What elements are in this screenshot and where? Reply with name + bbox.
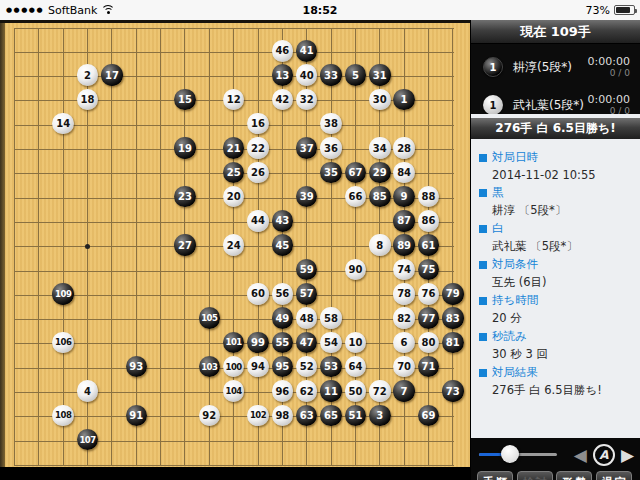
stone-black-41: 41 [296,40,318,62]
stone-white-24: 24 [223,234,245,256]
action-button-row: 手順検討形勢退室 [477,471,632,480]
stone-black-107: 107 [77,429,99,451]
stone-black-15: 15 [174,89,196,111]
white-stone-icon: 1 [483,95,503,115]
info-label-text: 対局結果 [492,365,538,380]
stone-black-91: 91 [126,405,148,427]
button-退室[interactable]: 退室 [596,471,632,480]
stone-black-83: 83 [442,307,464,329]
stone-white-12: 12 [223,89,245,111]
stone-black-55: 55 [272,332,294,354]
stone-black-65: 65 [320,405,342,427]
stone-white-48: 48 [296,307,318,329]
stone-white-86: 86 [418,210,440,232]
stone-white-60: 60 [247,283,269,305]
bullet-icon [479,297,487,305]
stone-white-26: 26 [247,162,269,184]
stone-black-73: 73 [442,380,464,402]
stone-white-74: 74 [393,259,415,281]
grid-hline [15,28,454,29]
stone-white-38: 38 [320,113,342,135]
stone-white-106: 106 [52,332,74,354]
stone-black-17: 17 [101,64,123,86]
stone-white-58: 58 [320,307,342,329]
stone-black-69: 69 [418,405,440,427]
next-move-button[interactable]: ▶ [621,447,634,464]
info-label-text: 秒読み [492,329,527,344]
clock-label: 18:52 [0,4,640,17]
stone-black-35: 35 [320,162,342,184]
info-list: 対局日時2014-11-02 10:55黒耕淳 〔5段*〕白武礼葉 〔5段*〕対… [471,139,640,398]
grid-vline [14,28,15,466]
stone-white-108: 108 [52,405,74,427]
stone-black-103: 103 [199,356,221,378]
grid-hline [15,295,454,296]
stone-black-25: 25 [223,162,245,184]
player-periods: 0 / 0 [588,68,630,79]
grid-hline [15,465,454,466]
grid-hline [15,52,454,53]
grid-vline [209,28,210,466]
status-right: 73% [586,0,635,20]
stone-white-32: 32 [296,89,318,111]
stone-black-75: 75 [418,259,440,281]
stone-black-29: 29 [369,162,391,184]
grid-vline [258,28,259,466]
stone-black-57: 57 [296,283,318,305]
stone-white-34: 34 [369,137,391,159]
stone-white-44: 44 [247,210,269,232]
stone-black-31: 31 [369,64,391,86]
stone-white-80: 80 [418,332,440,354]
player-name: 耕淳(5段*) [513,59,588,76]
stone-black-79: 79 [442,283,464,305]
stone-white-84: 84 [393,162,415,184]
stone-black-87: 87 [393,210,415,232]
stone-black-71: 71 [418,356,440,378]
player-clock: 0:00:00 [588,55,630,69]
stone-black-63: 63 [296,405,318,427]
stone-white-6: 6 [393,332,415,354]
bullet-icon [479,261,487,269]
stone-black-9: 9 [393,186,415,208]
transport-controls: ◀ A ▶ [574,442,634,468]
button-形勢[interactable]: 形勢 [556,471,592,480]
info-label-text: 対局条件 [492,257,538,272]
battery-icon [614,5,635,15]
grid-hline [15,319,454,320]
stone-black-1: 1 [393,89,415,111]
stone-white-42: 42 [272,89,294,111]
battery-percent-label: 73% [586,4,610,17]
stone-white-102: 102 [247,405,269,427]
move-slider[interactable] [479,446,557,462]
stone-white-4: 4 [77,380,99,402]
stone-black-101: 101 [223,332,245,354]
info-value: 20 分 [479,311,632,326]
stone-black-13: 13 [272,64,294,86]
stone-black-11: 11 [320,380,342,402]
stone-white-92: 92 [199,405,221,427]
stone-black-95: 95 [272,356,294,378]
stone-white-52: 52 [296,356,318,378]
stone-black-93: 93 [126,356,148,378]
stone-black-81: 81 [442,332,464,354]
stone-white-64: 64 [345,356,367,378]
info-label-text: 持ち時間 [492,293,538,308]
stone-black-43: 43 [272,210,294,232]
info-label: 秒読み [479,329,632,344]
stone-white-20: 20 [223,186,245,208]
stone-white-66: 66 [345,186,367,208]
stone-black-19: 19 [174,137,196,159]
bullet-icon [479,154,487,162]
stone-black-7: 7 [393,380,415,402]
stone-black-53: 53 [320,356,342,378]
grid-vline [63,28,64,466]
stone-white-96: 96 [272,380,294,402]
stone-black-49: 49 [272,307,294,329]
info-panel: 276手 白 6.5目勝ち! 対局日時2014-11-02 10:55黒耕淳 〔… [471,114,640,438]
stone-white-2: 2 [77,64,99,86]
stone-black-23: 23 [174,186,196,208]
bullet-icon [479,333,487,341]
stone-white-8: 8 [369,234,391,256]
stone-white-54: 54 [320,332,342,354]
stone-black-109: 109 [52,283,74,305]
stone-black-85: 85 [369,186,391,208]
info-label-text: 白 [492,221,504,236]
grid-hline [15,271,454,272]
stone-white-62: 62 [296,380,318,402]
stone-black-51: 51 [345,405,367,427]
stone-white-22: 22 [247,137,269,159]
info-label: 白 [479,221,632,236]
stone-black-105: 105 [199,307,221,329]
app-screen: ●●●●● SoftBank 18:52 73% 123456789101112… [0,0,640,480]
slider-knob[interactable] [501,445,519,463]
stone-black-59: 59 [296,259,318,281]
autoplay-button[interactable]: A [593,444,615,466]
stone-black-27: 27 [174,234,196,256]
grid-vline [38,28,39,466]
bullet-icon [479,189,487,197]
board-left-edge [0,20,5,467]
stone-white-94: 94 [247,356,269,378]
stone-white-14: 14 [52,113,74,135]
stone-black-39: 39 [296,186,318,208]
info-label-text: 黒 [492,185,504,200]
stone-black-45: 45 [272,234,294,256]
player-name: 武礼葉(5段*) [513,97,588,114]
info-value: 30 秒 3 回 [479,347,632,362]
stone-black-99: 99 [247,332,269,354]
current-move-header: 現在 109手 [471,20,640,44]
grid-vline [160,28,161,466]
info-label: 持ち時間 [479,293,632,308]
info-label: 対局条件 [479,257,632,272]
player-clock: 0:00:00 [588,93,630,107]
stone-white-50: 50 [345,380,367,402]
info-label: 対局結果 [479,365,632,380]
bullet-icon [479,225,487,233]
stone-white-82: 82 [393,307,415,329]
stone-black-37: 37 [296,137,318,159]
stone-black-47: 47 [296,332,318,354]
button-手順[interactable]: 手順 [477,471,513,480]
stone-black-5: 5 [345,64,367,86]
stone-white-18: 18 [77,89,99,111]
stone-white-98: 98 [272,405,294,427]
stone-white-72: 72 [369,380,391,402]
grid-vline [136,28,137,466]
stone-white-70: 70 [393,356,415,378]
stone-white-88: 88 [418,186,440,208]
stone-white-28: 28 [393,137,415,159]
info-value: 耕淳 〔5段*〕 [479,203,632,218]
stone-white-46: 46 [272,40,294,62]
go-board[interactable]: 1234567891011121314151617181920212223242… [0,20,470,467]
info-label: 対局日時 [479,150,632,165]
stone-white-90: 90 [345,259,367,281]
button-検討: 検討 [517,471,553,480]
player-row-black: 1耕淳(5段*)0:00:000 / 0 [471,50,640,84]
stone-white-56: 56 [272,283,294,305]
stone-white-10: 10 [345,332,367,354]
stone-white-40: 40 [296,64,318,86]
info-value: 武礼葉 〔5段*〕 [479,239,632,254]
bullet-icon [479,369,487,377]
info-value: 2014-11-02 10:55 [479,168,632,182]
stone-black-61: 61 [418,234,440,256]
board-top-edge [0,20,470,23]
stone-black-33: 33 [320,64,342,86]
sidebar: 現在 109手 1耕淳(5段*)0:00:000 / 01武礼葉(5段*)0:0… [470,20,640,480]
playback-controls: ◀ A ▶ 手順検討形勢退室 [471,438,640,480]
star-point [85,244,90,249]
grid-hline [15,222,454,223]
stone-white-76: 76 [418,283,440,305]
bottom-black-strip [0,467,470,480]
stone-black-77: 77 [418,307,440,329]
stone-white-36: 36 [320,137,342,159]
stone-black-21: 21 [223,137,245,159]
stone-black-89: 89 [393,234,415,256]
info-label-text: 対局日時 [492,150,538,165]
player-times: 0:00:000 / 0 [588,55,630,80]
info-value: 276手 白 6.5目勝ち! [479,383,632,398]
stone-white-30: 30 [369,89,391,111]
info-label: 黒 [479,185,632,200]
info-value: 互先 (6目) [479,275,632,290]
stone-white-78: 78 [393,283,415,305]
grid-vline [111,28,112,466]
stone-white-16: 16 [247,113,269,135]
black-stone-icon: 1 [483,57,503,77]
grid-hline [15,125,454,126]
stone-black-67: 67 [345,162,367,184]
stone-white-104: 104 [223,380,245,402]
stone-white-100: 100 [223,356,245,378]
status-bar: ●●●●● SoftBank 18:52 73% [0,0,640,20]
stone-black-3: 3 [369,405,391,427]
result-bar: 276手 白 6.5目勝ち! [471,118,640,139]
prev-move-button[interactable]: ◀ [574,447,587,464]
